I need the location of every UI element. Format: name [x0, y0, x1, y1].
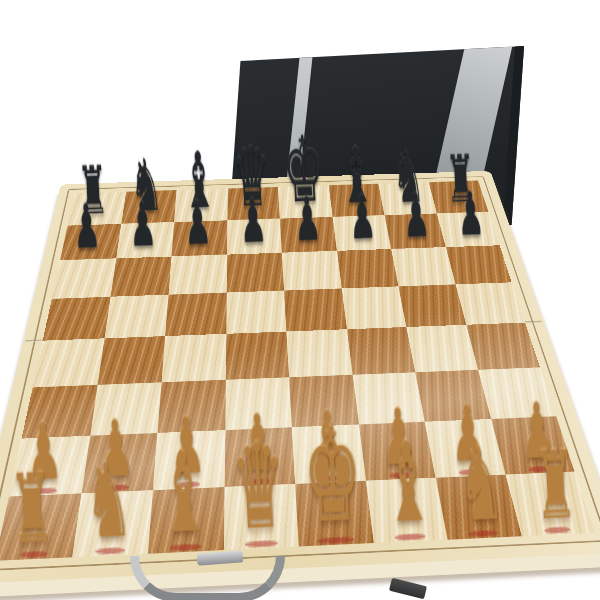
square-f1[interactable]: ♝	[366, 477, 448, 543]
black-pawn-b7[interactable]: ♟	[127, 195, 157, 256]
black-pawn-c7[interactable]: ♟	[183, 193, 213, 254]
square-d1[interactable]: ♛	[224, 484, 299, 551]
case-latch	[389, 578, 427, 599]
white-knight-b1[interactable]: ♞	[82, 449, 133, 553]
square-d6[interactable]	[226, 253, 284, 293]
square-h6[interactable]	[445, 245, 511, 284]
square-c1[interactable]: ♝	[148, 487, 224, 554]
square-a4[interactable]	[33, 338, 104, 387]
black-pawn-d7[interactable]: ♟	[238, 191, 268, 252]
square-d7[interactable]: ♟	[227, 218, 282, 254]
square-c5[interactable]	[165, 292, 226, 336]
square-c6[interactable]	[168, 255, 226, 295]
square-a1[interactable]: ♜	[0, 493, 81, 561]
chess-board-3d: ♜♞♝♛♚♝♞♜♟♟♟♟♟♟♟♟♟♟♟♟♟♟♟♟♜♞♝♛♚♝♞♜	[0, 171, 600, 584]
square-b6[interactable]	[110, 257, 171, 297]
square-e5[interactable]	[284, 288, 347, 331]
white-king-e1[interactable]: ♚	[301, 411, 365, 542]
square-h5[interactable]	[455, 282, 525, 325]
square-f5[interactable]	[341, 286, 406, 329]
black-pawn-f7[interactable]: ♟	[347, 188, 377, 249]
square-e4[interactable]	[286, 329, 352, 377]
black-pawn-a7[interactable]: ♟	[72, 196, 102, 258]
white-queen-d1[interactable]: ♛	[229, 426, 287, 546]
square-b1[interactable]: ♞	[72, 490, 153, 557]
square-c4[interactable]	[162, 334, 226, 382]
photo-scene: ♜♞♝♛♚♝♞♜♟♟♟♟♟♟♟♟♟♟♟♟♟♟♟♟♜♞♝♛♚♝♞♜	[0, 0, 600, 600]
square-g7[interactable]: ♟	[385, 213, 446, 249]
square-f7[interactable]: ♟	[332, 215, 391, 251]
square-e6[interactable]	[282, 251, 341, 290]
square-a5[interactable]	[43, 297, 111, 341]
square-c7[interactable]: ♟	[171, 220, 227, 256]
square-e7[interactable]: ♟	[280, 217, 337, 253]
square-h4[interactable]	[466, 323, 540, 370]
square-f6[interactable]	[337, 249, 399, 288]
white-rook-a1[interactable]: ♜	[8, 460, 56, 557]
square-d4[interactable]	[225, 331, 289, 379]
black-pawn-e7[interactable]: ♟	[293, 189, 323, 250]
square-b7[interactable]: ♟	[116, 222, 174, 259]
chess-board: ♜♞♝♛♚♝♞♜♟♟♟♟♟♟♟♟♟♟♟♟♟♟♟♟♜♞♝♛♚♝♞♜	[0, 171, 600, 584]
square-b5[interactable]	[104, 294, 168, 338]
handle-mount	[197, 550, 244, 565]
square-d5[interactable]	[226, 290, 286, 333]
white-bishop-f1[interactable]: ♝	[381, 428, 435, 539]
square-b4[interactable]	[97, 336, 165, 384]
carry-handle	[130, 556, 285, 600]
square-e1[interactable]: ♚	[295, 480, 373, 546]
black-pawn-h7[interactable]: ♟	[456, 184, 485, 245]
square-a6[interactable]	[52, 258, 116, 298]
white-knight-g1[interactable]: ♞	[457, 433, 507, 536]
square-g5[interactable]	[398, 284, 465, 327]
square-g6[interactable]	[391, 247, 455, 286]
square-h1[interactable]: ♜	[505, 471, 595, 536]
chess-grid: ♜♞♝♛♚♝♞♜♟♟♟♟♟♟♟♟♟♟♟♟♟♟♟♟♜♞♝♛♚♝♞♜	[0, 181, 595, 561]
square-f4[interactable]	[347, 327, 416, 374]
white-bishop-c1[interactable]: ♝	[156, 437, 211, 549]
square-a7[interactable]: ♟	[60, 224, 121, 261]
square-h7[interactable]: ♟	[437, 212, 500, 248]
black-pawn-g7[interactable]: ♟	[402, 186, 432, 247]
white-rook-h1[interactable]: ♜	[532, 437, 578, 532]
